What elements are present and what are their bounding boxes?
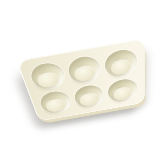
cavity-dome-highlight [36,72,60,89]
cavity-dome-highlight [79,93,99,107]
pan-top-surface [16,38,145,121]
cavity-r2-c2 [72,83,105,109]
photo-background [0,0,160,160]
cavity-r1-c3 [104,47,137,78]
cavity-r2-c1 [37,89,72,115]
cavity-grid [18,39,145,120]
cavity-r2-c3 [107,77,137,104]
cavity-dome-highlight [73,65,95,82]
cavity-dome-highlight [110,59,131,76]
cavity-r1-c2 [66,54,102,85]
cavity-r1-c1 [28,61,67,91]
cavity-dome-highlight [45,99,67,113]
cavity-dome-highlight [113,87,132,102]
muffin-pan [16,38,145,121]
